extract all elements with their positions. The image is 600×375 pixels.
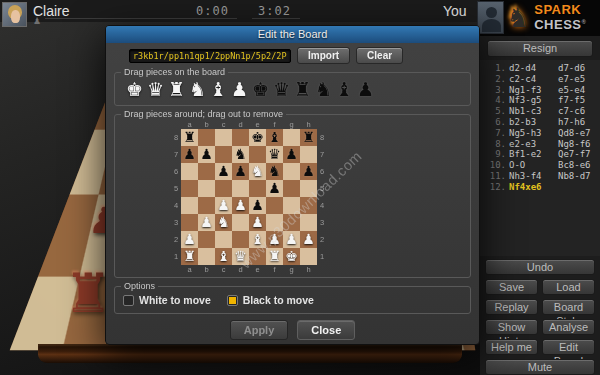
edit-board-dialog: Edit the Board Import Clear Drag pieces …	[105, 25, 480, 345]
move-white: e2-e3	[509, 139, 555, 150]
move-black	[558, 182, 600, 193]
rank-label-5: 5	[317, 180, 327, 197]
move-number: 10.	[486, 160, 506, 171]
move-number: 2.	[486, 74, 506, 85]
rank-label-8: 8	[317, 129, 327, 146]
square-b2[interactable]	[198, 231, 215, 248]
move-white: d2-d4	[509, 63, 555, 74]
move-white: Nh3-f4	[509, 171, 555, 182]
move-row: 6.b2-b3h7-h6	[486, 117, 600, 128]
square-c3[interactable]: ♞	[215, 214, 232, 231]
file-label-a: a	[181, 120, 198, 129]
move-row: 10.O-OBc8-e6	[486, 160, 600, 171]
square-c1[interactable]: ♝	[215, 248, 232, 265]
square-b5[interactable]	[198, 180, 215, 197]
square-e6[interactable]: ♞	[249, 163, 266, 180]
move-row: 3.Ng1-f3e5-e4	[486, 85, 600, 96]
square-f4[interactable]	[266, 197, 283, 214]
square-f3[interactable]	[266, 214, 283, 231]
move-row: 2.c2-c4e7-e5	[486, 74, 600, 85]
square-d2[interactable]	[232, 231, 249, 248]
move-white: Nf4xe6	[509, 182, 555, 193]
help-me-button[interactable]: Help me	[485, 339, 538, 355]
clock-underline-right	[252, 18, 300, 19]
palette-piece-wN[interactable]: ♞	[187, 77, 208, 102]
file-label-f: f	[266, 265, 283, 274]
white-to-move-checkbox[interactable]	[123, 295, 134, 306]
black-to-move-checkbox[interactable]	[227, 295, 238, 306]
apply-button[interactable]: Apply	[230, 320, 289, 340]
move-row: 4.Nf3-g5f7-f5	[486, 95, 600, 106]
move-black: e7-e5	[558, 74, 600, 85]
move-number: 4.	[486, 95, 506, 106]
square-g3[interactable]	[283, 214, 300, 231]
square-a2[interactable]: ♟	[181, 231, 198, 248]
move-black: d7-d6	[558, 63, 600, 74]
square-b7[interactable]: ♟	[198, 146, 215, 163]
square-g1[interactable]: ♚	[283, 248, 300, 265]
move-white: Nf3-g5	[509, 95, 555, 106]
move-number: 1.	[486, 63, 506, 74]
file-label-g: g	[283, 265, 300, 274]
analyse-button[interactable]: Analyse	[542, 319, 595, 335]
logo-chess-text: CHESS®	[534, 16, 586, 31]
import-button[interactable]: Import	[297, 47, 350, 64]
square-f8[interactable]: ♝	[266, 129, 283, 146]
square-c2[interactable]	[215, 231, 232, 248]
player-name: You	[443, 3, 467, 19]
resign-button[interactable]: Resign	[487, 40, 593, 57]
move-black: c7-c6	[558, 106, 600, 117]
rank-label-7: 7	[171, 146, 181, 163]
square-a4[interactable]	[181, 197, 198, 214]
square-h8[interactable]: ♜	[300, 129, 317, 146]
move-number: 7.	[486, 128, 506, 139]
move-number: 8.	[486, 139, 506, 150]
table-front-edge	[38, 344, 462, 363]
sidebar-button-grid: UndoSaveLoadReplayBoard StyleShow HintsA…	[480, 256, 600, 375]
edit-board: abcdefgh8♜♚♝♜87♟♟♞♛♟76♟♟♞♞♟65♟54♟♟♟43♟♞♟…	[171, 120, 466, 274]
options-legend: Options	[121, 281, 158, 291]
board-fieldset: Drag pieces around; drag out to remove a…	[114, 109, 471, 278]
move-white: O-O	[509, 160, 555, 171]
square-g2[interactable]: ♟	[283, 231, 300, 248]
square-d6[interactable]: ♟	[232, 163, 249, 180]
square-h7[interactable]	[300, 146, 317, 163]
knight-logo-icon: ♞	[506, 3, 530, 33]
move-number: 6.	[486, 117, 506, 128]
square-h5[interactable]	[300, 180, 317, 197]
move-white: Nb1-c3	[509, 106, 555, 117]
load-button[interactable]: Load	[542, 279, 595, 295]
rank-label-2: 2	[317, 231, 327, 248]
close-button[interactable]: Close	[297, 320, 355, 340]
palette-piece-bR[interactable]: ♜	[292, 77, 313, 102]
move-white: c2-c4	[509, 74, 555, 85]
corner	[317, 265, 327, 274]
corner	[317, 120, 327, 129]
registered-mark: ®	[582, 19, 587, 25]
square-f2[interactable]: ♟	[266, 231, 283, 248]
palette-piece-bP[interactable]: ♟	[355, 77, 376, 102]
replay-button[interactable]: Replay	[485, 299, 538, 315]
move-number: 5.	[486, 106, 506, 117]
file-label-b: b	[198, 265, 215, 274]
move-black: Qe7-f7	[558, 149, 600, 160]
square-g8[interactable]	[283, 129, 300, 146]
file-label-g: g	[283, 120, 300, 129]
square-a6[interactable]	[181, 163, 198, 180]
square-a1[interactable]: ♜	[181, 248, 198, 265]
black-pawn-icon: ♟	[33, 16, 41, 26]
move-number: 9.	[486, 149, 506, 160]
move-black: e5-e4	[558, 85, 600, 96]
file-label-b: b	[198, 120, 215, 129]
move-row: 5.Nb1-c3c7-c6	[486, 106, 600, 117]
move-black: f7-f5	[558, 95, 600, 106]
app-window: ♟♜♚♟ Claire 0:00 3:02 You ♟ ♞ SPARK CHES…	[0, 0, 600, 375]
square-f6[interactable]: ♞	[266, 163, 283, 180]
show-hints-button[interactable]: Show Hints	[485, 319, 538, 335]
file-label-c: c	[215, 120, 232, 129]
corner	[171, 120, 181, 129]
logo-spark-text: SPARK	[534, 4, 586, 16]
move-white: Ng1-f3	[509, 85, 555, 96]
square-c4[interactable]: ♟	[215, 197, 232, 214]
square-f7[interactable]: ♛	[266, 146, 283, 163]
rank-label-2: 2	[171, 231, 181, 248]
file-label-h: h	[300, 265, 317, 274]
file-label-e: e	[249, 120, 266, 129]
square-c5[interactable]	[215, 180, 232, 197]
square-h3[interactable]	[300, 214, 317, 231]
rank-label-6: 6	[317, 163, 327, 180]
dialog-title: Edit the Board	[106, 26, 479, 43]
square-e7[interactable]	[249, 146, 266, 163]
square-d3[interactable]	[232, 214, 249, 231]
square-a5[interactable]	[181, 180, 198, 197]
file-label-c: c	[215, 265, 232, 274]
file-label-d: d	[232, 265, 249, 274]
square-f5[interactable]: ♟	[266, 180, 283, 197]
move-black: Ng8-f6	[558, 139, 600, 150]
rank-label-4: 4	[171, 197, 181, 214]
move-row: 9.Bf1-e2Qe7-f7	[486, 149, 600, 160]
move-black: Qd8-e7	[558, 128, 600, 139]
rank-label-4: 4	[317, 197, 327, 214]
clear-button[interactable]: Clear	[356, 47, 403, 64]
rank-label-8: 8	[171, 129, 181, 146]
square-b1[interactable]	[198, 248, 215, 265]
file-label-d: d	[232, 120, 249, 129]
square-h4[interactable]	[300, 197, 317, 214]
square-h6[interactable]: ♟	[300, 163, 317, 180]
square-a7[interactable]: ♟	[181, 146, 198, 163]
piece-palette: ♚♛♜♞♝♟♚♛♜♞♝♟	[119, 77, 466, 102]
square-d1[interactable]: ♛	[232, 248, 249, 265]
rank-label-1: 1	[317, 248, 327, 265]
square-b6[interactable]	[198, 163, 215, 180]
square-g4[interactable]	[283, 197, 300, 214]
rank-label-3: 3	[317, 214, 327, 231]
palette-piece-bB[interactable]: ♝	[334, 77, 355, 102]
move-white: Ng5-h3	[509, 128, 555, 139]
square-c7[interactable]	[215, 146, 232, 163]
clock-underline-left	[45, 18, 237, 19]
square-e3[interactable]: ♟	[249, 214, 266, 231]
rank-label-7: 7	[317, 146, 327, 163]
square-c6[interactable]: ♟	[215, 163, 232, 180]
square-a3[interactable]	[181, 214, 198, 231]
rank-label-5: 5	[171, 180, 181, 197]
square-f1[interactable]: ♜	[266, 248, 283, 265]
move-list: 1.d2-d4d7-d62.c2-c4e7-e53.Ng1-f3e5-e44.N…	[480, 60, 600, 256]
square-e1[interactable]	[249, 248, 266, 265]
move-white: b2-b3	[509, 117, 555, 128]
file-label-h: h	[300, 120, 317, 129]
move-black: Bc8-e6	[558, 160, 600, 171]
move-number: 3.	[486, 85, 506, 96]
palette-legend: Drag pieces on the board	[121, 67, 228, 77]
move-row: 12.Nf4xe6	[486, 182, 600, 193]
rank-label-6: 6	[171, 163, 181, 180]
undo-button[interactable]: Undo	[485, 259, 595, 275]
edit-board-button[interactable]: Edit Board	[542, 339, 595, 355]
white-to-move-label: White to move	[139, 294, 211, 306]
file-label-f: f	[266, 120, 283, 129]
move-number: 11.	[486, 171, 506, 182]
square-e8[interactable]: ♚	[249, 129, 266, 146]
square-g6[interactable]	[283, 163, 300, 180]
square-g7[interactable]: ♟	[283, 146, 300, 163]
palette-piece-bK[interactable]: ♚	[250, 77, 271, 102]
save-button[interactable]: Save	[485, 279, 538, 295]
square-d4[interactable]: ♟	[232, 197, 249, 214]
options-fieldset: Options White to move Black to move	[114, 281, 471, 314]
move-row: 7.Ng5-h3Qd8-e7	[486, 128, 600, 139]
move-black: h7-h6	[558, 117, 600, 128]
palette-piece-wB[interactable]: ♝	[208, 77, 229, 102]
palette-fieldset: Drag pieces on the board ♚♛♜♞♝♟♚♛♜♞♝♟	[114, 67, 471, 106]
player-clock: 3:02	[258, 4, 291, 18]
move-number: 12.	[486, 182, 506, 193]
board-legend: Drag pieces around; drag out to remove	[121, 109, 286, 119]
move-black: Nb8-d7	[558, 171, 600, 182]
square-e4[interactable]: ♟	[249, 197, 266, 214]
square-b4[interactable]	[198, 197, 215, 214]
square-g5[interactable]	[283, 180, 300, 197]
palette-piece-bQ[interactable]: ♛	[271, 77, 292, 102]
file-label-e: e	[249, 265, 266, 274]
move-row: 11.Nh3-f4Nb8-d7	[486, 171, 600, 182]
square-h1[interactable]	[300, 248, 317, 265]
player-avatar	[477, 1, 504, 34]
palette-piece-wP[interactable]: ♟	[229, 77, 250, 102]
square-d5[interactable]	[232, 180, 249, 197]
palette-piece-bN[interactable]: ♞	[313, 77, 334, 102]
fen-input[interactable]	[129, 49, 291, 63]
mute-button[interactable]: Mute	[485, 359, 595, 375]
palette-piece-wR[interactable]: ♜	[166, 77, 187, 102]
rank-label-1: 1	[171, 248, 181, 265]
square-a8[interactable]: ♜	[181, 129, 198, 146]
corner	[171, 265, 181, 274]
sidebar: ♞ SPARK CHESS® Resign 1.d2-d4d7-d62.c2-c…	[480, 0, 600, 375]
opponent-avatar	[2, 2, 27, 27]
square-e2[interactable]: ♝	[249, 231, 266, 248]
square-e5[interactable]	[249, 180, 266, 197]
palette-piece-wK[interactable]: ♚	[124, 77, 145, 102]
rank-label-3: 3	[171, 214, 181, 231]
palette-piece-wQ[interactable]: ♛	[145, 77, 166, 102]
square-d8[interactable]	[232, 129, 249, 146]
black-to-move-label: Black to move	[243, 294, 314, 306]
move-white: Bf1-e2	[509, 149, 555, 160]
board-style-button[interactable]: Board Style	[542, 299, 595, 315]
move-row: 1.d2-d4d7-d6	[486, 63, 600, 74]
move-row: 8.e2-e3Ng8-f6	[486, 139, 600, 150]
square-b3[interactable]: ♟	[198, 214, 215, 231]
square-h2[interactable]: ♟	[300, 231, 317, 248]
square-d7[interactable]: ♞	[232, 146, 249, 163]
opponent-clock: 0:00	[196, 4, 229, 18]
file-label-a: a	[181, 265, 198, 274]
square-b8[interactable]	[198, 129, 215, 146]
square-c8[interactable]	[215, 129, 232, 146]
